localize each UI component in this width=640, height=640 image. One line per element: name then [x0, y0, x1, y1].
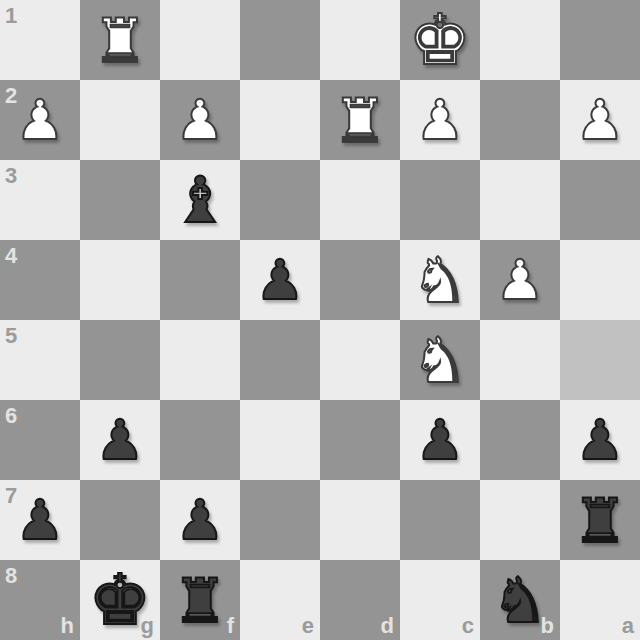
square-b6[interactable]: [480, 400, 560, 480]
square-a8[interactable]: a: [560, 560, 640, 640]
square-a1[interactable]: [560, 0, 640, 80]
square-g3[interactable]: [80, 160, 160, 240]
black-pawn[interactable]: ♟: [175, 493, 224, 548]
white-pawn[interactable]: ♟: [495, 253, 544, 308]
black-rook[interactable]: ♜: [573, 490, 628, 551]
file-label-h: h: [61, 615, 74, 637]
square-c2[interactable]: ♟: [400, 80, 480, 160]
square-g8[interactable]: ♚g: [80, 560, 160, 640]
black-pawn[interactable]: ♟: [415, 413, 464, 468]
square-h5[interactable]: 5: [0, 320, 80, 400]
square-h7[interactable]: ♟7: [0, 480, 80, 560]
square-d7[interactable]: [320, 480, 400, 560]
square-e6[interactable]: [240, 400, 320, 480]
file-label-a: a: [622, 615, 634, 637]
square-f4[interactable]: [160, 240, 240, 320]
square-e8[interactable]: e: [240, 560, 320, 640]
square-a7[interactable]: ♜: [560, 480, 640, 560]
square-e5[interactable]: [240, 320, 320, 400]
square-a3[interactable]: [560, 160, 640, 240]
rank-label-2: 2: [5, 85, 17, 107]
square-d5[interactable]: [320, 320, 400, 400]
square-d2[interactable]: ♜: [320, 80, 400, 160]
square-h2[interactable]: ♟2: [0, 80, 80, 160]
square-c6[interactable]: ♟: [400, 400, 480, 480]
square-c7[interactable]: [400, 480, 480, 560]
rank-label-7: 7: [5, 485, 17, 507]
square-b7[interactable]: [480, 480, 560, 560]
black-pawn[interactable]: ♟: [95, 413, 144, 468]
square-f5[interactable]: [160, 320, 240, 400]
white-pawn[interactable]: ♟: [415, 93, 464, 148]
square-d6[interactable]: [320, 400, 400, 480]
square-e2[interactable]: [240, 80, 320, 160]
chess-board: 1♜♚♟2♟♜♟♟3♝4♟♞♟5♞6♟♟♟♟7♟♜8h♚g♜fedc♞ba: [0, 0, 640, 640]
black-pawn[interactable]: ♟: [255, 253, 304, 308]
square-g1[interactable]: ♜: [80, 0, 160, 80]
rank-label-3: 3: [5, 165, 17, 187]
white-rook[interactable]: ♜: [333, 90, 388, 151]
file-label-f: f: [227, 615, 234, 637]
square-d1[interactable]: [320, 0, 400, 80]
square-d4[interactable]: [320, 240, 400, 320]
square-g6[interactable]: ♟: [80, 400, 160, 480]
square-c3[interactable]: [400, 160, 480, 240]
square-g7[interactable]: [80, 480, 160, 560]
square-h4[interactable]: 4: [0, 240, 80, 320]
square-g2[interactable]: [80, 80, 160, 160]
square-b1[interactable]: [480, 0, 560, 80]
square-f8[interactable]: ♜f: [160, 560, 240, 640]
square-c5[interactable]: ♞: [400, 320, 480, 400]
rank-label-6: 6: [5, 405, 17, 427]
file-label-c: c: [462, 615, 474, 637]
white-knight[interactable]: ♞: [412, 249, 468, 312]
square-e3[interactable]: [240, 160, 320, 240]
square-c1[interactable]: ♚: [400, 0, 480, 80]
file-label-g: g: [141, 615, 154, 637]
black-bishop[interactable]: ♝: [171, 168, 228, 232]
white-knight[interactable]: ♞: [412, 329, 468, 392]
square-a5[interactable]: [560, 320, 640, 400]
file-label-d: d: [381, 615, 394, 637]
square-h3[interactable]: 3: [0, 160, 80, 240]
square-b4[interactable]: ♟: [480, 240, 560, 320]
square-a4[interactable]: [560, 240, 640, 320]
white-pawn[interactable]: ♟: [175, 93, 224, 148]
file-label-e: e: [302, 615, 314, 637]
rank-label-8: 8: [5, 565, 17, 587]
square-b3[interactable]: [480, 160, 560, 240]
square-f3[interactable]: ♝: [160, 160, 240, 240]
square-h1[interactable]: 1: [0, 0, 80, 80]
white-pawn[interactable]: ♟: [15, 93, 64, 148]
square-a6[interactable]: ♟: [560, 400, 640, 480]
square-d3[interactable]: [320, 160, 400, 240]
rank-label-5: 5: [5, 325, 17, 347]
file-label-b: b: [541, 615, 554, 637]
square-a2[interactable]: ♟: [560, 80, 640, 160]
rank-label-1: 1: [5, 5, 17, 27]
square-b2[interactable]: [480, 80, 560, 160]
square-h6[interactable]: 6: [0, 400, 80, 480]
square-e1[interactable]: [240, 0, 320, 80]
square-f1[interactable]: [160, 0, 240, 80]
square-e7[interactable]: [240, 480, 320, 560]
black-pawn[interactable]: ♟: [575, 413, 624, 468]
square-e4[interactable]: ♟: [240, 240, 320, 320]
black-pawn[interactable]: ♟: [15, 493, 64, 548]
white-pawn[interactable]: ♟: [575, 93, 624, 148]
square-g4[interactable]: [80, 240, 160, 320]
rank-label-4: 4: [5, 245, 17, 267]
square-f6[interactable]: [160, 400, 240, 480]
square-f2[interactable]: ♟: [160, 80, 240, 160]
white-rook[interactable]: ♜: [93, 10, 148, 71]
black-rook[interactable]: ♜: [173, 570, 228, 631]
square-b5[interactable]: [480, 320, 560, 400]
square-b8[interactable]: ♞b: [480, 560, 560, 640]
white-king[interactable]: ♚: [409, 5, 472, 75]
square-f7[interactable]: ♟: [160, 480, 240, 560]
square-h8[interactable]: 8h: [0, 560, 80, 640]
square-c4[interactable]: ♞: [400, 240, 480, 320]
square-d8[interactable]: d: [320, 560, 400, 640]
square-g5[interactable]: [80, 320, 160, 400]
square-c8[interactable]: c: [400, 560, 480, 640]
